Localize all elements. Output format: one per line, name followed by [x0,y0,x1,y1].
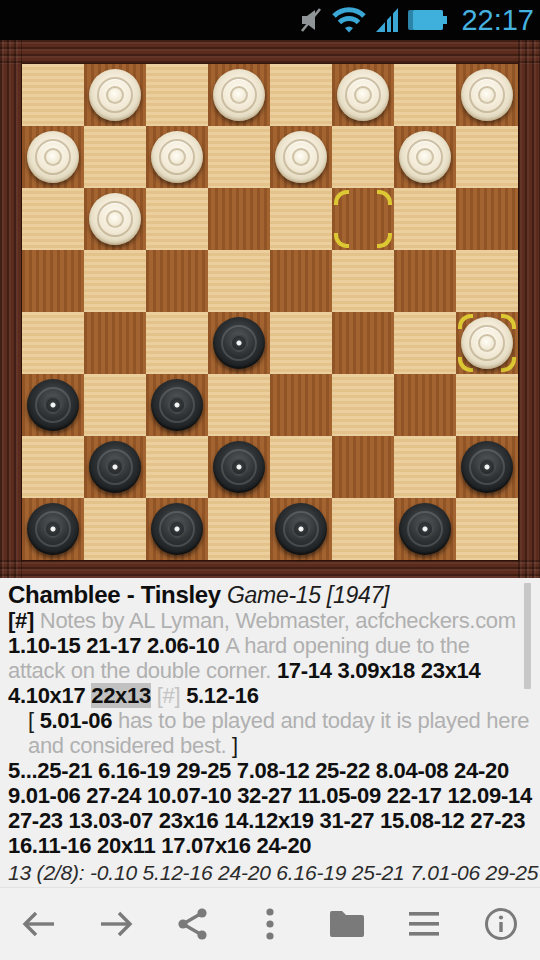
square-13[interactable] [456,312,518,374]
white-man-square-31[interactable] [213,69,265,121]
light-square [22,312,84,374]
engine-status-line: 13 (2/8): -0.10 5.12-16 24-20 6.16-19 25… [8,861,540,885]
light-square [84,498,146,560]
square-5[interactable] [456,436,518,498]
notation-paragraph: Chamblee - Tinsley Game-15 [1947] [8,582,532,608]
forward-arrow-icon [95,908,137,940]
light-square [394,188,456,250]
light-square [332,374,394,436]
square-30[interactable] [332,64,394,126]
light-square [22,436,84,498]
square-22[interactable] [332,188,394,250]
square-2[interactable] [270,498,332,560]
open-file-button[interactable] [319,896,375,952]
frame-left [0,40,22,578]
black-man-square-4[interactable] [27,503,79,555]
light-square [270,436,332,498]
black-man-square-2[interactable] [275,503,327,555]
light-square [270,64,332,126]
light-square [456,498,518,560]
square-28[interactable] [22,126,84,188]
black-man-square-11[interactable] [151,379,203,431]
frame-top [0,40,540,64]
mute-icon [299,7,323,33]
white-man-square-27[interactable] [151,131,203,183]
square-25[interactable] [394,126,456,188]
black-man-square-1[interactable] [399,503,451,555]
wifi-icon [332,7,366,33]
light-square [332,498,394,560]
notation-text: Chamblee - Tinsley Game-15 [1947][#] Not… [0,578,540,858]
share-button[interactable] [165,896,221,952]
white-man-square-29[interactable] [461,69,513,121]
board-frame [0,40,540,578]
square-19[interactable] [146,250,208,312]
square-16[interactable] [84,312,146,374]
checkers-board[interactable] [22,64,518,560]
notation-paragraph: 1.10-15 21-17 2.06-10 A hard opening due… [8,633,532,708]
light-square [84,374,146,436]
notation-segment-move[interactable]: 5.01-06 [40,708,118,733]
light-square [394,64,456,126]
square-15[interactable] [208,312,270,374]
square-26[interactable] [270,126,332,188]
square-7[interactable] [208,436,270,498]
square-9[interactable] [394,374,456,436]
notation-paragraph: [#] Notes by AL Lyman, Webmaster, acfche… [8,608,532,633]
square-21[interactable] [456,188,518,250]
light-square [146,188,208,250]
info-button[interactable] [473,896,529,952]
white-man-square-25[interactable] [399,131,451,183]
overflow-menu-icon [264,906,276,942]
menu-button[interactable] [396,896,452,952]
black-man-square-15[interactable] [213,317,265,369]
light-square [22,64,84,126]
android-status-bar: 22:17 [0,0,540,40]
overflow-menu-button[interactable] [242,896,298,952]
square-10[interactable] [270,374,332,436]
light-square [208,498,270,560]
light-square [146,64,208,126]
notation-segment-title: Chamblee - Tinsley [8,581,221,608]
black-man-square-7[interactable] [213,441,265,493]
notation-paragraph: [ 5.01-06 has to be played and today it … [8,708,532,758]
bottom-toolbar [0,887,540,960]
square-20[interactable] [22,250,84,312]
frame-right [518,40,540,578]
light-square [208,374,270,436]
square-31[interactable] [208,64,270,126]
light-square [456,250,518,312]
white-man-square-28[interactable] [27,131,79,183]
notation-segment-move[interactable]: 1.10-15 21-17 2.06-10 [8,633,225,658]
light-square [456,126,518,188]
game-notation-panel[interactable]: Chamblee - Tinsley Game-15 [1947][#] Not… [0,578,540,888]
light-square [270,312,332,374]
back-arrow-icon [18,908,60,940]
white-man-square-13[interactable] [461,317,513,369]
light-square [394,436,456,498]
light-square [394,312,456,374]
checkers-app: 22:17 Chamblee - Tinsley Game-15 [1947][… [0,0,540,960]
forward-button[interactable] [88,896,144,952]
info-icon [483,906,519,942]
notation-segment-bracket: [ [28,708,40,733]
light-square [146,312,208,374]
square-27[interactable] [146,126,208,188]
battery-icon [408,8,448,32]
frame-bottom [0,560,540,578]
highlight-corner [377,233,392,248]
share-icon [175,907,211,941]
square-11[interactable] [146,374,208,436]
menu-icon [406,910,442,938]
notation-segment-move-current[interactable]: 22x13 [91,683,151,708]
square-24[interactable] [84,188,146,250]
signal-icon [375,7,399,33]
square-29[interactable] [456,64,518,126]
white-man-square-24[interactable] [89,193,141,245]
scrollbar-thumb[interactable] [524,583,531,689]
highlight-corner [334,233,349,248]
folder-icon [328,909,366,939]
light-square [332,126,394,188]
white-man-square-30[interactable] [337,69,389,121]
square-23[interactable] [208,188,270,250]
notation-segment-comment-light: [#] [151,683,186,708]
square-32[interactable] [84,64,146,126]
notation-segment-move[interactable]: 5.12-16 [186,683,259,708]
black-man-square-5[interactable] [461,441,513,493]
light-square [456,374,518,436]
light-square [270,188,332,250]
light-square [84,250,146,312]
notation-segment-subtitle: Game-15 [1947] [221,582,389,608]
square-8[interactable] [84,436,146,498]
light-square [208,250,270,312]
black-man-square-12[interactable] [27,379,79,431]
square-1[interactable] [394,498,456,560]
light-square [84,126,146,188]
highlight-corner [334,190,349,205]
notation-segment-move[interactable]: [#] [8,608,34,633]
square-6[interactable] [332,436,394,498]
square-3[interactable] [146,498,208,560]
notation-segment-comment: Notes by AL Lyman, Webmaster, acfchecker… [34,608,516,633]
light-square [208,126,270,188]
black-man-square-8[interactable] [89,441,141,493]
notation-segment-move[interactable]: 5...25-21 6.16-19 29-25 7.08-12 25-22 8.… [8,758,532,858]
notation-paragraph: 5...25-21 6.16-19 29-25 7.08-12 25-22 8.… [8,758,532,858]
square-12[interactable] [22,374,84,436]
clock: 22:17 [461,0,534,40]
square-18[interactable] [270,250,332,312]
white-man-square-32[interactable] [89,69,141,121]
back-button[interactable] [11,896,67,952]
light-square [22,188,84,250]
light-square [332,250,394,312]
square-17[interactable] [394,250,456,312]
highlight-corner [377,190,392,205]
square-4[interactable] [22,498,84,560]
black-man-square-3[interactable] [151,503,203,555]
white-man-square-26[interactable] [275,131,327,183]
square-14[interactable] [332,312,394,374]
notation-segment-bracket: ] [232,733,238,758]
light-square [146,436,208,498]
